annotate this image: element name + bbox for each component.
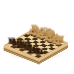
chess-set-product-photo[interactable]: ♜♞♝♛♚♝♞♜♟♟♟♟♟♟♟♟♟♟♟♟♟♟♟♟♜♞♝♛♚♝♞♜ — [0, 0, 74, 74]
